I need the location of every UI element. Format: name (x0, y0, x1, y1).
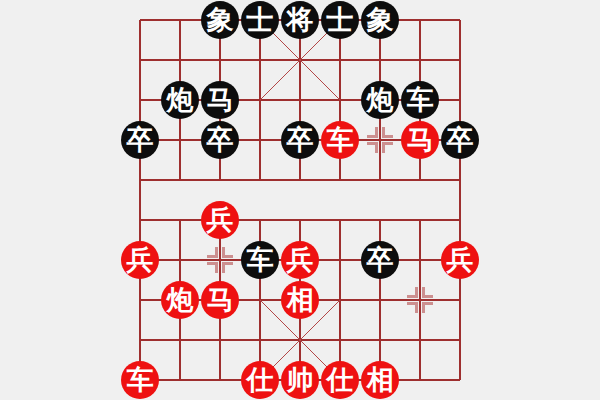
marker-corner (382, 142, 393, 153)
piece-black-c5r0[interactable]: 士 (321, 1, 359, 39)
piece-red-c6r9[interactable]: 相 (361, 361, 399, 399)
piece-black-c2r0[interactable]: 象 (201, 1, 239, 39)
piece-black-c6r6[interactable]: 卒 (361, 241, 399, 279)
marker-corner (367, 142, 378, 153)
piece-black-c4r0[interactable]: 将 (281, 1, 319, 39)
piece-red-c3r9[interactable]: 仕 (241, 361, 279, 399)
last-move-marker (367, 127, 393, 153)
piece-red-c2r5[interactable]: 兵 (201, 201, 239, 239)
piece-red-c7r3[interactable]: 马 (401, 121, 439, 159)
xiangqi-board: 象士将士象炮马炮车卒卒卒车马卒兵兵车兵卒兵炮马相车仕帅仕相 (139, 19, 461, 381)
piece-red-c4r9[interactable]: 帅 (281, 361, 319, 399)
piece-black-c2r3[interactable]: 卒 (201, 121, 239, 159)
marker-corner (422, 287, 433, 298)
marker-corner (222, 247, 233, 258)
piece-black-c6r0[interactable]: 象 (361, 1, 399, 39)
piece-black-c0r3[interactable]: 卒 (121, 121, 159, 159)
last-move-marker (207, 247, 233, 273)
marker-corner (367, 127, 378, 138)
marker-corner (382, 127, 393, 138)
piece-red-c5r3[interactable]: 车 (321, 121, 359, 159)
marker-corner (422, 302, 433, 313)
piece-black-c2r2[interactable]: 马 (201, 81, 239, 119)
marker-corner (407, 287, 418, 298)
marker-corner (407, 302, 418, 313)
piece-red-c4r7[interactable]: 相 (281, 281, 319, 319)
piece-black-c6r2[interactable]: 炮 (361, 81, 399, 119)
marker-corner (207, 247, 218, 258)
piece-black-c3r6[interactable]: 车 (241, 241, 279, 279)
piece-black-c7r2[interactable]: 车 (401, 81, 439, 119)
last-move-marker (407, 287, 433, 313)
piece-red-c4r6[interactable]: 兵 (281, 241, 319, 279)
piece-black-c4r3[interactable]: 卒 (281, 121, 319, 159)
board-grid (139, 19, 461, 381)
marker-corner (207, 262, 218, 273)
piece-red-c5r9[interactable]: 仕 (321, 361, 359, 399)
piece-red-c2r7[interactable]: 马 (201, 281, 239, 319)
piece-black-c8r3[interactable]: 卒 (441, 121, 479, 159)
screenshot-root: { "game": "xiangqi", "position": { "fen"… (0, 0, 600, 400)
piece-red-c0r9[interactable]: 车 (121, 361, 159, 399)
piece-red-c0r6[interactable]: 兵 (121, 241, 159, 279)
piece-black-c3r0[interactable]: 士 (241, 1, 279, 39)
marker-corner (222, 262, 233, 273)
piece-black-c1r2[interactable]: 炮 (161, 81, 199, 119)
piece-red-c8r6[interactable]: 兵 (441, 241, 479, 279)
piece-red-c1r7[interactable]: 炮 (161, 281, 199, 319)
